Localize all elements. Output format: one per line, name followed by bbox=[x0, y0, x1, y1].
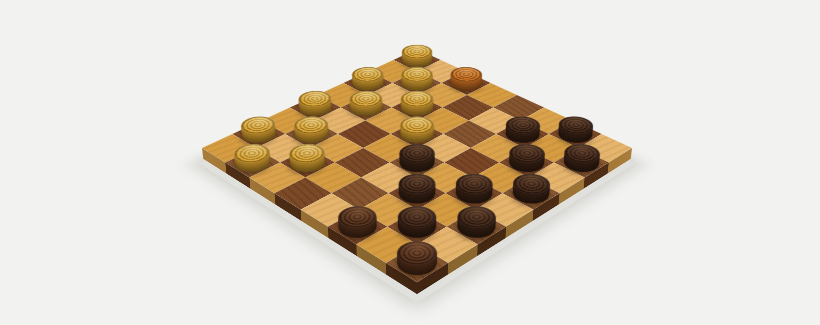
piece-dark-r5c5[interactable] bbox=[392, 179, 443, 208]
scene-background bbox=[0, 0, 820, 325]
checkers-board bbox=[202, 49, 632, 282]
